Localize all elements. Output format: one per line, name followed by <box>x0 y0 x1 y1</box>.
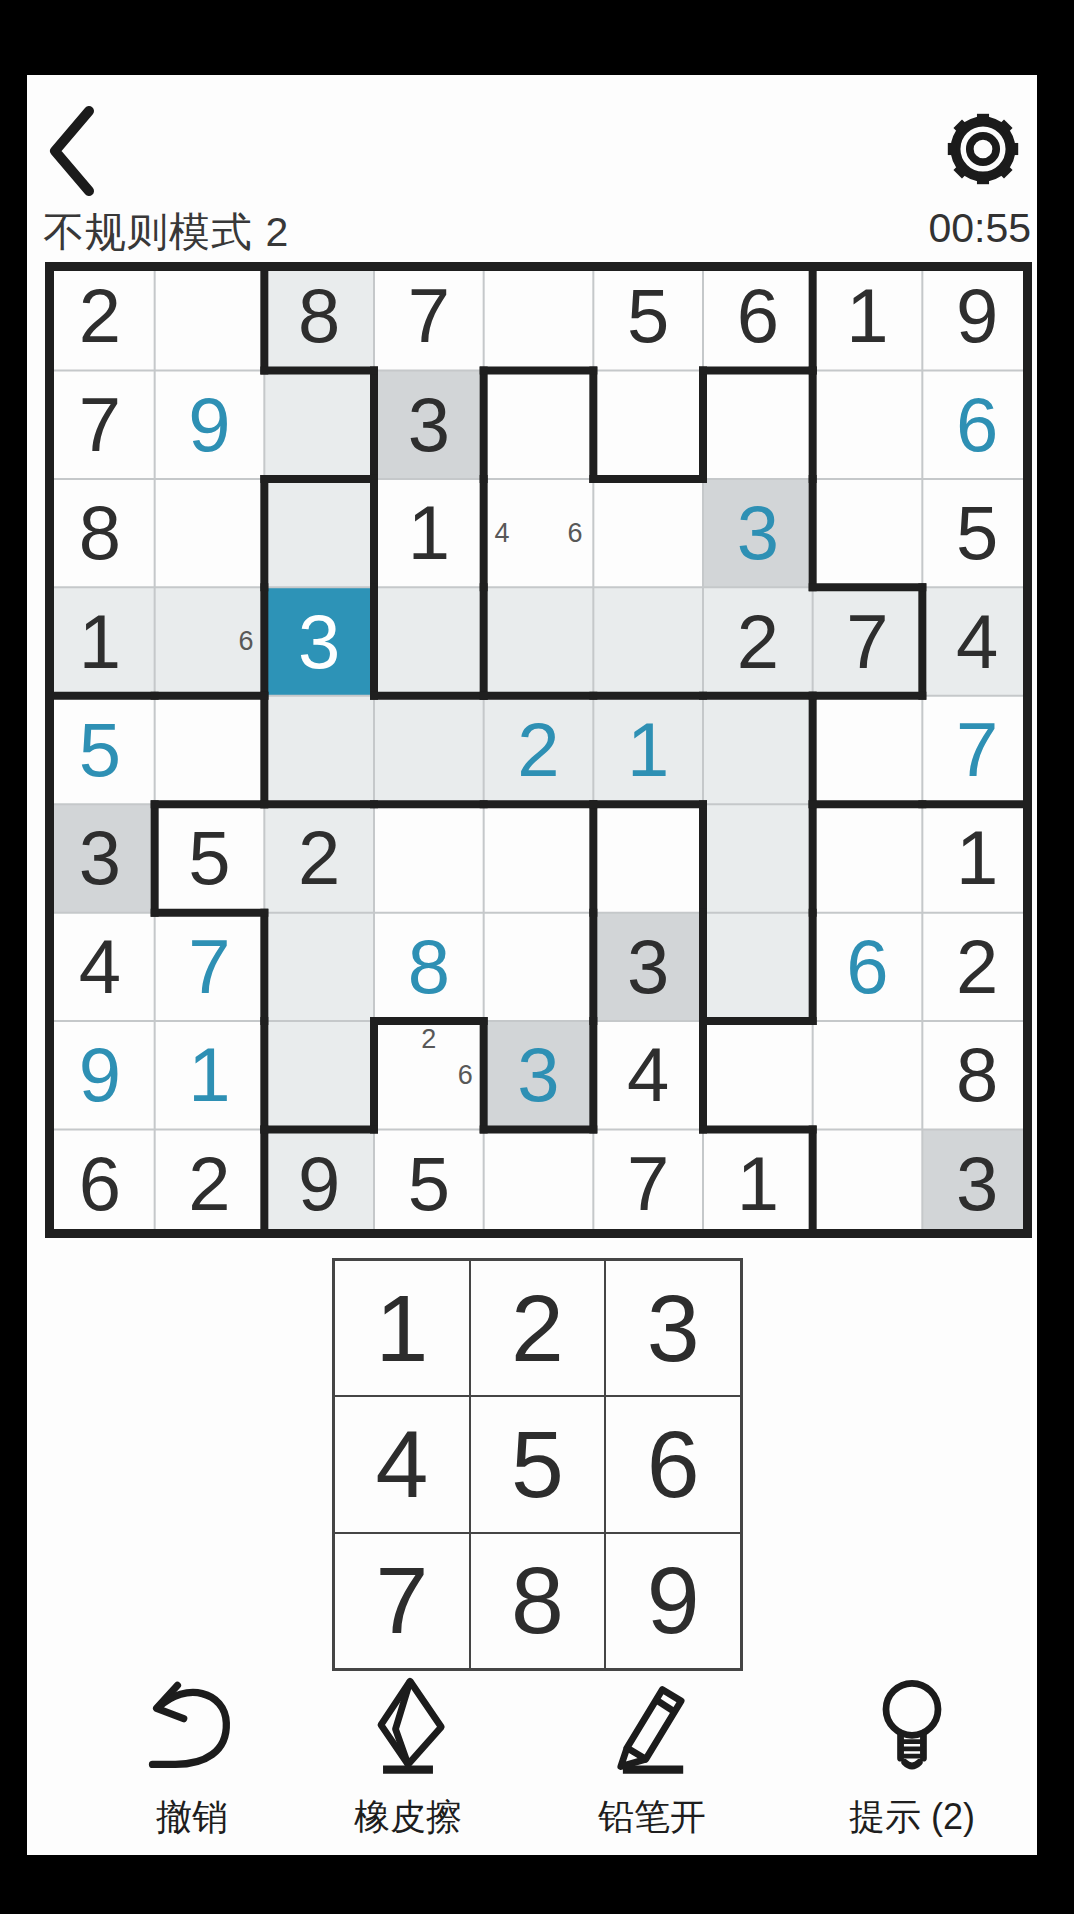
cell-r4c1[interactable]: 1 <box>45 587 155 695</box>
given-digit: 4 <box>79 929 121 1005</box>
bulb-icon <box>860 1675 964 1779</box>
cell-r6c1[interactable]: 3 <box>45 804 155 912</box>
given-digit: 8 <box>956 1037 998 1113</box>
given-digit: 9 <box>298 1146 340 1222</box>
cell-r6c3[interactable]: 2 <box>264 804 374 912</box>
cell-r9c3[interactable]: 9 <box>264 1130 374 1238</box>
pencil-marks: 6 <box>155 587 265 695</box>
pencil-marks: 26 <box>374 1021 484 1129</box>
numpad-6-button[interactable]: 6 <box>606 1397 740 1531</box>
cell-r1c1[interactable]: 2 <box>45 262 155 370</box>
cell-r2c5[interactable] <box>484 370 594 478</box>
given-digit: 8 <box>298 278 340 354</box>
cell-r7c9[interactable]: 2 <box>922 913 1032 1021</box>
settings-button[interactable] <box>939 105 1027 193</box>
cell-r7c1[interactable]: 4 <box>45 913 155 1021</box>
pencil-toggle-button[interactable]: 铅笔开 <box>542 1675 762 1842</box>
cell-r4c6[interactable] <box>593 587 703 695</box>
cell-r6c9[interactable]: 1 <box>922 804 1032 912</box>
tool-label: 铅笔开 <box>542 1793 762 1842</box>
user-digit: 6 <box>846 929 888 1005</box>
cell-r3c8[interactable] <box>813 479 923 587</box>
given-digit: 6 <box>737 278 779 354</box>
pencil-marks: 46 <box>484 479 594 587</box>
puzzle-title: 不规则模式 2 <box>43 205 289 260</box>
user-digit: 3 <box>298 604 340 680</box>
numpad-1-button[interactable]: 1 <box>335 1261 469 1395</box>
cell-r9c9[interactable]: 3 <box>922 1130 1032 1238</box>
cell-r5c6[interactable]: 1 <box>593 696 703 804</box>
user-digit: 1 <box>188 1037 230 1113</box>
number-pad: 123456789 <box>332 1258 743 1671</box>
numpad-8-button[interactable]: 8 <box>471 1534 605 1668</box>
cell-r8c7[interactable] <box>703 1021 813 1129</box>
cell-r4c9[interactable]: 4 <box>922 587 1032 695</box>
cell-r1c3[interactable]: 8 <box>264 262 374 370</box>
user-digit: 1 <box>627 712 669 788</box>
app-content: 不规则模式 2 00:55 28756197936814635163274521… <box>27 75 1037 1855</box>
phone-screen: { "game": "jigsaw-sudoku-irregular-9x9",… <box>0 0 1074 1914</box>
cell-r4c3[interactable]: 3 <box>264 587 374 695</box>
cell-r2c1[interactable]: 7 <box>45 370 155 478</box>
cell-r9c8[interactable] <box>813 1130 923 1238</box>
cell-r7c3[interactable] <box>264 913 374 1021</box>
cell-r1c9[interactable]: 9 <box>922 262 1032 370</box>
cell-r9c2[interactable]: 2 <box>155 1130 265 1238</box>
given-digit: 9 <box>956 278 998 354</box>
eraser-icon <box>356 1675 460 1779</box>
cell-r9c5[interactable] <box>484 1130 594 1238</box>
cell-r1c7[interactable]: 6 <box>703 262 813 370</box>
eraser-button[interactable]: 橡皮擦 <box>298 1675 518 1842</box>
cell-r6c7[interactable] <box>703 804 813 912</box>
given-digit: 8 <box>79 495 121 571</box>
given-digit: 5 <box>188 820 230 896</box>
given-digit: 3 <box>956 1146 998 1222</box>
cell-r4c8[interactable]: 7 <box>813 587 923 695</box>
cell-r6c8[interactable] <box>813 804 923 912</box>
cell-r7c5[interactable] <box>484 913 594 1021</box>
cell-r8c3[interactable] <box>264 1021 374 1129</box>
given-digit: 3 <box>627 929 669 1005</box>
cell-r9c7[interactable]: 1 <box>703 1130 813 1238</box>
cell-r2c2[interactable]: 9 <box>155 370 265 478</box>
cell-r8c1[interactable]: 9 <box>45 1021 155 1129</box>
given-digit: 1 <box>737 1146 779 1222</box>
cell-r2c4[interactable]: 3 <box>374 370 484 478</box>
cell-r7c8[interactable]: 6 <box>813 913 923 1021</box>
user-digit: 6 <box>956 387 998 463</box>
cell-r1c8[interactable]: 1 <box>813 262 923 370</box>
cell-r3c4[interactable]: 1 <box>374 479 484 587</box>
cell-r6c5[interactable] <box>484 804 594 912</box>
given-digit: 7 <box>846 604 888 680</box>
cell-r1c4[interactable]: 7 <box>374 262 484 370</box>
cell-r1c6[interactable]: 5 <box>593 262 703 370</box>
given-digit: 1 <box>408 495 450 571</box>
numpad-7-button[interactable]: 7 <box>335 1534 469 1668</box>
cell-r5c5[interactable]: 2 <box>484 696 594 804</box>
user-digit: 8 <box>408 929 450 1005</box>
cell-r5c2[interactable] <box>155 696 265 804</box>
tool-label: 提示 (2) <box>802 1793 1022 1842</box>
cell-r6c6[interactable] <box>593 804 703 912</box>
cell-r2c7[interactable] <box>703 370 813 478</box>
cell-r5c7[interactable] <box>703 696 813 804</box>
cell-r4c7[interactable]: 2 <box>703 587 813 695</box>
cell-r3c9[interactable]: 5 <box>922 479 1032 587</box>
cell-r2c6[interactable] <box>593 370 703 478</box>
user-digit: 3 <box>517 1037 559 1113</box>
cell-r9c6[interactable]: 7 <box>593 1130 703 1238</box>
hint-button[interactable]: 提示 (2) <box>802 1675 1022 1842</box>
given-digit: 1 <box>79 604 121 680</box>
cell-r1c2[interactable] <box>155 262 265 370</box>
given-digit: 7 <box>79 387 121 463</box>
user-digit: 2 <box>517 712 559 788</box>
cell-r7c7[interactable] <box>703 913 813 1021</box>
given-digit: 2 <box>298 820 340 896</box>
user-digit: 7 <box>188 929 230 1005</box>
gear-icon <box>939 105 1027 193</box>
cell-r8c9[interactable]: 8 <box>922 1021 1032 1129</box>
given-digit: 3 <box>408 387 450 463</box>
cell-r5c4[interactable] <box>374 696 484 804</box>
cell-r7c4[interactable]: 8 <box>374 913 484 1021</box>
user-digit: 9 <box>188 387 230 463</box>
cell-r3c7[interactable]: 3 <box>703 479 813 587</box>
cell-r6c2[interactable]: 5 <box>155 804 265 912</box>
cell-r4c5[interactable] <box>484 587 594 695</box>
cell-r8c2[interactable]: 1 <box>155 1021 265 1129</box>
given-digit: 2 <box>956 929 998 1005</box>
undo-icon <box>140 1675 244 1779</box>
given-digit: 1 <box>956 820 998 896</box>
cell-r8c6[interactable]: 4 <box>593 1021 703 1129</box>
given-digit: 5 <box>627 278 669 354</box>
cell-r8c4[interactable]: 26 <box>374 1021 484 1129</box>
given-digit: 6 <box>79 1146 121 1222</box>
numpad-3-button[interactable]: 3 <box>606 1261 740 1395</box>
user-digit: 9 <box>79 1037 121 1113</box>
given-digit: 5 <box>956 495 998 571</box>
given-digit: 5 <box>408 1146 450 1222</box>
cell-r9c4[interactable]: 5 <box>374 1130 484 1238</box>
user-digit: 7 <box>956 712 998 788</box>
cell-r6c4[interactable] <box>374 804 484 912</box>
cell-r3c6[interactable] <box>593 479 703 587</box>
tool-label: 撤销 <box>82 1793 302 1842</box>
given-digit: 4 <box>956 604 998 680</box>
cell-r7c2[interactable]: 7 <box>155 913 265 1021</box>
tool-label: 橡皮擦 <box>298 1793 518 1842</box>
numpad-9-button[interactable]: 9 <box>606 1534 740 1668</box>
cell-r5c1[interactable]: 5 <box>45 696 155 804</box>
cell-r8c5[interactable]: 3 <box>484 1021 594 1129</box>
user-digit: 5 <box>79 712 121 788</box>
cell-r4c4[interactable] <box>374 587 484 695</box>
back-chevron-icon <box>45 105 97 197</box>
cell-r8c8[interactable] <box>813 1021 923 1129</box>
undo-button[interactable]: 撤销 <box>82 1675 302 1842</box>
given-digit: 1 <box>846 278 888 354</box>
given-digit: 4 <box>627 1037 669 1113</box>
cell-r1c5[interactable] <box>484 262 594 370</box>
cell-r9c1[interactable]: 6 <box>45 1130 155 1238</box>
numpad-4-button[interactable]: 4 <box>335 1397 469 1531</box>
given-digit: 2 <box>737 604 779 680</box>
given-digit: 7 <box>627 1146 669 1222</box>
cell-r5c3[interactable] <box>264 696 374 804</box>
pencil-icon <box>600 1675 704 1779</box>
numpad-2-button[interactable]: 2 <box>471 1261 605 1395</box>
given-digit: 3 <box>79 820 121 896</box>
numpad-5-button[interactable]: 5 <box>471 1397 605 1531</box>
cell-r4c2[interactable]: 6 <box>155 587 265 695</box>
cell-r2c9[interactable]: 6 <box>922 370 1032 478</box>
cell-r7c6[interactable]: 3 <box>593 913 703 1021</box>
sudoku-board: 2875619793681463516327452173521478362912… <box>45 262 1032 1238</box>
cell-r5c8[interactable] <box>813 696 923 804</box>
given-digit: 2 <box>79 278 121 354</box>
timer: 00:55 <box>928 205 1031 252</box>
cell-r2c8[interactable] <box>813 370 923 478</box>
cell-r3c3[interactable] <box>264 479 374 587</box>
given-digit: 7 <box>408 278 450 354</box>
cell-r2c3[interactable] <box>264 370 374 478</box>
back-button[interactable] <box>45 105 97 197</box>
user-digit: 3 <box>737 495 779 571</box>
cell-r3c2[interactable] <box>155 479 265 587</box>
cell-r3c1[interactable]: 8 <box>45 479 155 587</box>
cell-r3c5[interactable]: 46 <box>484 479 594 587</box>
board-cells: 2875619793681463516327452173521478362912… <box>45 262 1032 1238</box>
given-digit: 2 <box>188 1146 230 1222</box>
cell-r5c9[interactable]: 7 <box>922 696 1032 804</box>
